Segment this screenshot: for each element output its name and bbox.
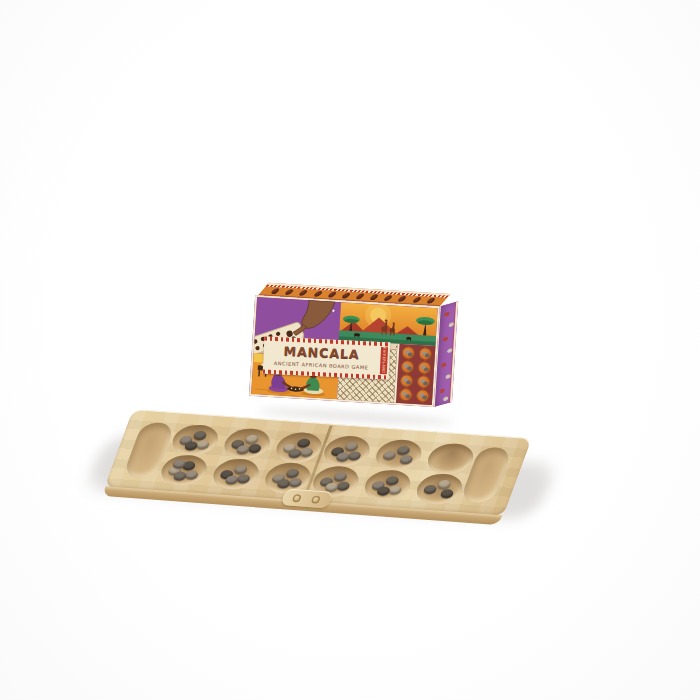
- stone-icon: [408, 353, 413, 357]
- stone-icon: [444, 311, 449, 316]
- mancala-board: [101, 409, 532, 526]
- stone-circle-icon: [399, 388, 413, 402]
- stone-circle-icon: [417, 375, 431, 389]
- pebble: [285, 468, 300, 478]
- lid-pit-icon: [369, 294, 380, 300]
- pit-top-5[interactable]: [371, 438, 426, 471]
- pebble: [399, 454, 414, 464]
- pebble: [245, 434, 260, 444]
- stone-icon: [447, 348, 452, 353]
- hinge-dowel: [292, 494, 303, 502]
- mancala-box: MANCALA ANCIENT AFRICAN BOARD GAME KIKKE…: [249, 282, 459, 408]
- stone-icon: [441, 362, 446, 367]
- lid-pit-icon: [397, 295, 408, 301]
- pit-top-2[interactable]: [220, 427, 275, 460]
- lid-pit-icon: [327, 291, 338, 297]
- pebble: [396, 445, 411, 455]
- stone-icon: [406, 380, 411, 384]
- stone-icon: [443, 336, 448, 341]
- brand-label: KIKKERLAND: [381, 347, 386, 373]
- stone-circle-icon: [418, 361, 432, 375]
- brand-tab: KIKKERLAND: [380, 347, 388, 374]
- lid-pit-icon: [383, 295, 394, 301]
- stone-icon: [423, 381, 428, 385]
- stone-icon: [449, 322, 454, 327]
- stone-circle-icon: [419, 347, 433, 361]
- stone-circles-panel: [394, 344, 436, 405]
- pebble: [423, 484, 438, 494]
- lid-pit-icon: [284, 289, 295, 295]
- hinge: [280, 488, 334, 508]
- stone-icon: [443, 396, 448, 401]
- stone-icon: [440, 388, 445, 393]
- stone-circle-icon: [401, 360, 415, 374]
- product-photo-stage: MANCALA ANCIENT AFRICAN BOARD GAME KIKKE…: [0, 0, 700, 700]
- pebble: [193, 430, 208, 440]
- pebble: [382, 450, 397, 460]
- pebble: [296, 438, 311, 448]
- stone-icon: [422, 395, 427, 399]
- pebble: [437, 479, 452, 489]
- pit-bottom-6[interactable]: [412, 472, 467, 505]
- lid-pit-icon: [412, 296, 423, 302]
- stone-icon: [445, 374, 450, 379]
- lid-pit-icon: [313, 290, 324, 296]
- pebble: [344, 441, 359, 451]
- pit-bottom-1[interactable]: [157, 453, 212, 486]
- pit-top-1[interactable]: [168, 423, 223, 456]
- box-front-face: MANCALA ANCIENT AFRICAN BOARD GAME KIKKE…: [249, 295, 440, 407]
- stone-icon: [424, 368, 429, 372]
- lid-pit-icon: [270, 288, 281, 294]
- stone-circle-icon: [400, 374, 414, 388]
- hinge-dowel: [311, 495, 322, 503]
- pit-bottom-2[interactable]: [209, 457, 264, 490]
- stone-icon: [425, 354, 430, 358]
- lid-pit-icon: [355, 293, 366, 299]
- pebble: [333, 472, 348, 482]
- lid-pit-icon: [299, 289, 310, 295]
- stone-circle-icon: [416, 389, 430, 403]
- stone-circle-icon: [402, 346, 416, 360]
- pebble: [385, 475, 400, 485]
- pit-bottom-5[interactable]: [360, 468, 415, 501]
- pebble: [233, 464, 248, 474]
- stone-icon: [407, 367, 412, 371]
- title-banner: MANCALA ANCIENT AFRICAN BOARD GAME KIKKE…: [263, 336, 391, 379]
- lid-pit-icon: [426, 297, 437, 303]
- stone-icon: [405, 394, 410, 398]
- lid-pit-icon: [341, 292, 352, 298]
- pebble: [440, 488, 455, 498]
